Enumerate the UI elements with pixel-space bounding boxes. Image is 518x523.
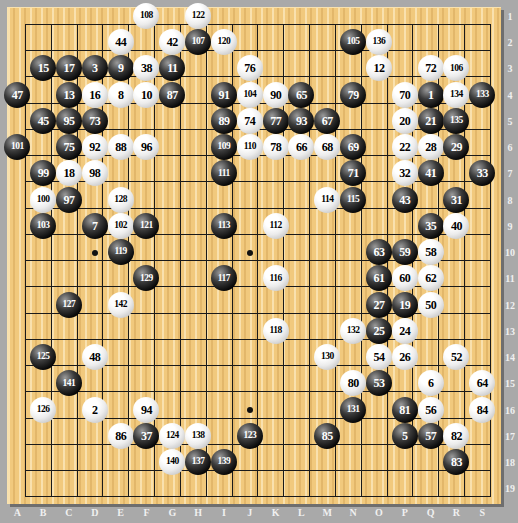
stone-white: 50 [418,292,444,318]
move-number: 132 [347,326,360,336]
stone-white: 74 [237,108,263,134]
row-label: 18 [502,457,518,468]
move-number: 85 [322,430,333,442]
stone-white: 86 [108,423,134,449]
column-label: C [62,507,76,518]
move-number: 31 [451,194,462,206]
stone-white: 78 [263,134,289,160]
stone-white: 134 [443,82,469,108]
move-number: 81 [399,404,410,416]
column-label: D [88,507,102,518]
stone-white: 92 [82,134,108,160]
move-number: 1 [428,89,434,101]
move-number: 122 [192,11,205,21]
move-number: 128 [114,195,127,205]
move-number: 69 [348,141,359,153]
move-number: 78 [270,141,281,153]
stone-black: 19 [392,292,418,318]
row-label: 9 [502,221,518,232]
stone-black: 27 [366,292,392,318]
stone-black: 5 [392,423,418,449]
move-number: 129 [140,274,153,284]
stone-black: 59 [392,239,418,265]
move-number: 42 [167,36,178,48]
stone-black: 79 [340,82,366,108]
row-label: 15 [502,378,518,389]
move-number: 18 [63,167,74,179]
move-number: 88 [115,141,126,153]
move-number: 74 [244,115,255,127]
stone-black: 87 [159,82,185,108]
stone-white: 16 [82,82,108,108]
stone-black: 139 [211,449,237,475]
stone-white: 72 [418,55,444,81]
move-number: 100 [37,195,50,205]
stone-black: 77 [263,108,289,134]
row-label: 3 [502,63,518,74]
move-number: 24 [399,325,410,337]
column-label: S [475,507,489,518]
move-number: 48 [89,351,100,363]
stone-white: 110 [237,134,263,160]
stone-white: 142 [108,292,134,318]
move-number: 6 [428,377,434,389]
move-number: 26 [399,351,410,363]
move-number: 7 [92,220,98,232]
stone-white: 122 [185,3,211,29]
move-number: 77 [270,115,281,127]
row-label: 16 [502,405,518,416]
move-number: 94 [141,404,152,416]
star-point [92,250,98,256]
move-number: 111 [218,169,230,179]
move-number: 56 [425,404,436,416]
move-number: 62 [425,272,436,284]
stone-black: 25 [366,318,392,344]
move-number: 91 [218,89,229,101]
move-number: 8 [118,89,124,101]
move-number: 3 [92,62,98,74]
move-number: 5 [402,430,408,442]
move-number: 25 [373,325,384,337]
row-label: 2 [502,37,518,48]
stone-black: 1 [418,82,444,108]
move-number: 37 [141,430,152,442]
column-label: L [294,507,308,518]
move-number: 75 [63,141,74,153]
stone-white: 24 [392,318,418,344]
move-number: 2 [92,404,98,416]
move-number: 117 [218,274,230,284]
move-number: 90 [270,89,281,101]
move-number: 102 [114,221,127,231]
row-label: 19 [502,483,518,494]
stone-black: 119 [108,239,134,265]
move-number: 27 [373,299,384,311]
stone-white: 48 [82,344,108,370]
row-label: 1 [502,11,518,22]
column-label: K [269,507,283,518]
stone-black: 97 [56,187,82,213]
move-number: 98 [89,167,100,179]
move-number: 38 [141,62,152,74]
stone-white: 114 [314,187,340,213]
stone-white: 54 [366,344,392,370]
move-number: 32 [399,167,410,179]
move-number: 103 [37,221,50,231]
move-number: 95 [63,115,74,127]
column-label: N [346,507,360,518]
move-number: 96 [141,141,152,153]
move-number: 126 [37,405,50,415]
move-number: 80 [348,377,359,389]
stone-black: 131 [340,397,366,423]
move-number: 104 [243,90,256,100]
move-number: 99 [38,167,49,179]
row-label: 5 [502,116,518,127]
stone-white: 60 [392,265,418,291]
move-number: 139 [218,457,231,467]
move-number: 50 [425,299,436,311]
stone-white: 116 [263,265,289,291]
move-number: 45 [38,115,49,127]
stone-black: 47 [4,82,30,108]
move-number: 64 [477,377,488,389]
stone-white: 62 [418,265,444,291]
move-number: 118 [270,326,282,336]
move-number: 68 [322,141,333,153]
move-number: 12 [373,62,384,74]
move-number: 52 [451,351,462,363]
move-number: 19 [399,299,410,311]
move-number: 71 [348,167,359,179]
move-number: 63 [373,246,384,258]
column-label: F [139,507,153,518]
stone-white: 120 [211,29,237,55]
stone-white: 118 [263,318,289,344]
column-label: E [114,507,128,518]
move-number: 136 [373,37,386,47]
row-label: 4 [502,90,518,101]
move-number: 21 [425,115,436,127]
stone-white: 94 [133,397,159,423]
stone-white: 88 [108,134,134,160]
move-number: 138 [192,431,205,441]
move-number: 22 [399,141,410,153]
move-number: 134 [450,90,463,100]
stone-black: 123 [237,423,263,449]
column-label: P [398,507,412,518]
stone-white: 104 [237,82,263,108]
move-number: 17 [63,62,74,74]
stone-white: 58 [418,239,444,265]
move-number: 15 [38,62,49,74]
stone-white: 56 [418,397,444,423]
stone-white: 132 [340,318,366,344]
stone-black: 109 [211,134,237,160]
row-label: 7 [502,168,518,179]
stone-black: 21 [418,108,444,134]
row-label: 11 [502,273,518,284]
move-number: 92 [89,141,100,153]
stone-black: 57 [418,423,444,449]
row-label: 8 [502,195,518,206]
move-number: 115 [347,195,359,205]
move-number: 93 [296,115,307,127]
move-number: 61 [373,272,384,284]
column-label: R [449,507,463,518]
stone-white: 136 [366,29,392,55]
column-label: G [165,507,179,518]
column-label: M [320,507,334,518]
stone-white: 112 [263,213,289,239]
stone-black: 65 [288,82,314,108]
move-number: 97 [63,194,74,206]
move-number: 43 [399,194,410,206]
move-number: 10 [141,89,152,101]
stone-white: 8 [108,82,134,108]
stone-black: 45 [30,108,56,134]
move-number: 113 [218,221,230,231]
stone-black: 127 [56,292,82,318]
move-number: 16 [89,89,100,101]
stone-black: 41 [418,160,444,186]
move-number: 41 [425,167,436,179]
move-number: 130 [321,352,334,362]
column-label: I [217,507,231,518]
move-number: 9 [118,62,124,74]
move-number: 133 [476,90,489,100]
column-label: J [243,507,257,518]
move-number: 105 [347,37,360,47]
stone-white: 100 [30,187,56,213]
move-number: 58 [425,246,436,258]
move-number: 86 [115,430,126,442]
move-number: 135 [450,116,463,126]
move-number: 82 [451,430,462,442]
stone-white: 126 [30,397,56,423]
move-number: 120 [218,37,231,47]
move-number: 33 [477,167,488,179]
column-label: O [372,507,386,518]
move-number: 89 [218,115,229,127]
move-number: 119 [115,247,127,257]
move-number: 110 [244,142,256,152]
row-label: 13 [502,326,518,337]
stone-black: 89 [211,108,237,134]
stone-white: 90 [263,82,289,108]
stone-white: 28 [418,134,444,160]
move-number: 116 [270,274,282,284]
move-number: 112 [270,221,282,231]
stone-white: 6 [418,370,444,396]
stone-white: 84 [469,397,495,423]
star-point [247,250,253,256]
move-number: 72 [425,62,436,74]
stone-black: 91 [211,82,237,108]
stone-white: 102 [108,213,134,239]
move-number: 123 [243,431,256,441]
move-number: 67 [322,115,333,127]
move-number: 66 [296,141,307,153]
stone-black: 9 [108,55,134,81]
move-number: 40 [451,220,462,232]
move-number: 127 [63,300,76,310]
column-label: B [36,507,50,518]
column-label: Q [424,507,438,518]
move-number: 65 [296,89,307,101]
move-number: 107 [192,37,205,47]
move-number: 141 [63,379,76,389]
move-number: 73 [89,115,100,127]
stone-white: 26 [392,344,418,370]
row-label: 14 [502,352,518,363]
move-number: 83 [451,456,462,468]
move-number: 54 [373,351,384,363]
stone-black: 35 [418,213,444,239]
row-label: 10 [502,247,518,258]
stone-black: 95 [56,108,82,134]
stone-white: 128 [108,187,134,213]
stone-white: 124 [159,423,185,449]
stone-white: 10 [133,82,159,108]
stone-white: 44 [108,29,134,55]
move-number: 109 [218,142,231,152]
stone-black: 103 [30,213,56,239]
move-number: 125 [37,352,50,362]
row-label: 6 [502,142,518,153]
move-number: 131 [347,405,360,415]
row-label: 12 [502,300,518,311]
move-number: 47 [12,89,23,101]
stone-black: 73 [82,108,108,134]
move-number: 106 [450,64,463,74]
stone-white: 22 [392,134,418,160]
move-number: 35 [425,220,436,232]
stone-black: 115 [340,187,366,213]
move-number: 137 [192,457,205,467]
stone-black: 7 [82,213,108,239]
move-number: 11 [167,62,177,74]
go-diagram: 1081224442107120105136151739381176127210… [0,0,518,523]
column-label: H [191,507,205,518]
move-number: 13 [63,89,74,101]
stone-black: 81 [392,397,418,423]
row-label: 17 [502,431,518,442]
stone-white: 2 [82,397,108,423]
move-number: 44 [115,36,126,48]
move-number: 142 [114,300,127,310]
stone-black: 43 [392,187,418,213]
move-number: 20 [399,115,410,127]
move-number: 70 [399,89,410,101]
move-number: 121 [140,221,153,231]
move-number: 57 [425,430,436,442]
stone-white: 138 [185,423,211,449]
move-number: 140 [166,457,179,467]
stone-black: 85 [314,423,340,449]
move-number: 108 [140,11,153,21]
move-number: 84 [477,404,488,416]
move-number: 124 [166,431,179,441]
move-number: 28 [425,141,436,153]
move-number: 59 [399,246,410,258]
stone-black: 113 [211,213,237,239]
stone-black: 13 [56,82,82,108]
column-label: A [10,507,24,518]
move-number: 79 [348,89,359,101]
move-number: 76 [244,62,255,74]
move-number: 101 [11,142,24,152]
stone-black: 63 [366,239,392,265]
move-number: 29 [451,141,462,153]
move-number: 60 [399,272,410,284]
move-number: 87 [167,89,178,101]
stone-black: 75 [56,134,82,160]
stone-black: 31 [443,187,469,213]
move-number: 114 [321,195,333,205]
move-number: 53 [373,377,384,389]
stone-white: 20 [392,108,418,134]
stone-white: 70 [392,82,418,108]
stone-black: 133 [469,82,495,108]
